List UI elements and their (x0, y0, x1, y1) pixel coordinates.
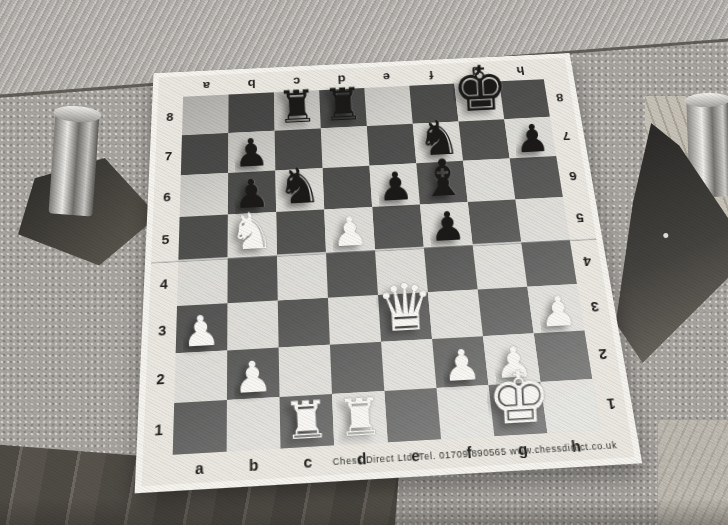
file-label-top-a: a (202, 79, 209, 92)
square-g1[interactable]: ♚ (489, 382, 548, 436)
square-d8[interactable]: ♜ (319, 88, 367, 128)
square-a4[interactable] (177, 258, 228, 306)
black-rook-c8[interactable]: ♜ (276, 86, 318, 130)
square-e6[interactable]: ♟ (369, 163, 420, 207)
rank-label-right-7: 7 (561, 129, 570, 142)
black-bishop-f6[interactable]: ♝ (419, 153, 467, 204)
file-label-top-e: e (382, 70, 390, 82)
square-e8[interactable] (364, 86, 412, 126)
white-pawn-d5[interactable]: ♟ (331, 212, 369, 252)
chrome-table-leg-left (48, 112, 99, 217)
square-f5[interactable]: ♟ (420, 202, 473, 247)
white-rook-c1[interactable]: ♜ (282, 396, 331, 447)
square-b3[interactable] (227, 300, 278, 350)
black-pawn-b7[interactable]: ♟ (233, 134, 269, 172)
square-h5[interactable] (515, 197, 569, 242)
square-c8[interactable]: ♜ (274, 90, 321, 130)
rank-label-right-5: 5 (574, 210, 584, 224)
file-label-top-f: f (428, 68, 433, 80)
rank-label-left-8: 8 (166, 110, 174, 123)
file-label-bottom-a: a (195, 459, 204, 477)
square-b7[interactable]: ♟ (228, 131, 275, 173)
square-d4[interactable] (326, 250, 378, 298)
rank-label-right-6: 6 (568, 169, 578, 183)
file-label-bottom-b: b (249, 456, 259, 474)
square-h6[interactable] (510, 156, 563, 199)
file-label-bottom-f: f (466, 443, 473, 461)
square-h7[interactable]: ♟ (504, 117, 556, 159)
square-b4[interactable] (227, 255, 277, 303)
white-queen-e3[interactable]: ♛ (374, 277, 435, 342)
square-a8[interactable] (182, 95, 229, 136)
square-e3[interactable]: ♛ (378, 292, 432, 342)
white-knight-b5[interactable]: ♞ (227, 207, 275, 257)
black-pawn-h7[interactable]: ♟ (514, 119, 550, 157)
square-b5[interactable]: ♞ (228, 212, 277, 258)
square-d6[interactable] (322, 166, 372, 210)
file-label-bottom-e: e (411, 446, 421, 464)
square-e1[interactable] (384, 388, 441, 442)
square-g5[interactable] (468, 199, 521, 244)
square-a3[interactable]: ♟ (176, 303, 228, 353)
rank-label-right-2: 2 (597, 346, 608, 362)
square-a7[interactable] (181, 133, 229, 175)
rank-label-right-3: 3 (589, 299, 599, 315)
file-label-top-h: h (515, 64, 525, 76)
square-b2[interactable]: ♟ (227, 348, 280, 400)
square-f2[interactable]: ♟ (432, 336, 488, 388)
square-c4[interactable] (277, 253, 328, 301)
square-c5[interactable] (276, 209, 326, 255)
white-pawn-f2[interactable]: ♟ (441, 344, 481, 387)
square-g8[interactable]: ♚ (454, 81, 504, 121)
square-d7[interactable] (321, 126, 370, 168)
square-g4[interactable] (473, 242, 528, 289)
square-g3[interactable] (478, 287, 534, 336)
black-pawn-f5[interactable]: ♟ (428, 206, 466, 246)
rank-label-left-4: 4 (160, 276, 168, 291)
square-a6[interactable] (180, 173, 229, 217)
square-f6[interactable]: ♝ (416, 161, 467, 205)
square-e5[interactable] (372, 204, 424, 250)
file-label-bottom-h: h (570, 437, 582, 455)
rank-label-left-1: 1 (154, 421, 163, 438)
file-label-bottom-c: c (303, 453, 312, 471)
rank-label-right-1: 1 (605, 395, 616, 412)
file-label-top-b: b (247, 77, 255, 90)
rank-label-left-3: 3 (158, 322, 167, 338)
rank-label-left-7: 7 (165, 149, 173, 162)
square-h4[interactable] (521, 240, 577, 287)
square-g6[interactable] (463, 158, 515, 201)
square-g7[interactable] (459, 119, 510, 161)
square-f1[interactable] (436, 385, 494, 439)
board-frame: ♜♜♚♟♞♟♟♞♟♝♞♟♟♟♛♟♟♟♟♜♜♚ Chess Direct Ltd.… (142, 58, 635, 486)
black-knight-c6[interactable]: ♞ (276, 162, 322, 211)
black-king-g8[interactable]: ♚ (451, 60, 509, 121)
black-rook-d8[interactable]: ♜ (322, 84, 364, 128)
rank-label-right-4: 4 (582, 253, 592, 268)
file-label-bottom-g: g (517, 440, 529, 458)
square-c6[interactable]: ♞ (275, 168, 324, 212)
white-king-g1[interactable]: ♚ (485, 363, 553, 435)
rank-label-left-6: 6 (163, 190, 171, 204)
black-pawn-e6[interactable]: ♟ (377, 167, 414, 206)
square-e2[interactable] (381, 339, 436, 391)
rank-label-left-2: 2 (156, 370, 165, 387)
square-d5[interactable]: ♟ (324, 207, 375, 253)
file-label-bottom-d: d (357, 449, 367, 467)
white-pawn-a3[interactable]: ♟ (180, 310, 220, 352)
white-pawn-h3[interactable]: ♟ (538, 290, 577, 331)
square-a2[interactable] (174, 350, 227, 402)
square-e7[interactable] (367, 124, 416, 166)
square-h3[interactable]: ♟ (527, 284, 584, 333)
square-b8[interactable] (228, 92, 274, 133)
square-b1[interactable] (227, 397, 281, 452)
square-d1[interactable]: ♜ (332, 391, 388, 445)
white-rook-d1[interactable]: ♜ (335, 393, 384, 444)
square-c1[interactable]: ♜ (280, 394, 335, 449)
board-squares: ♜♜♚♟♞♟♟♞♟♝♞♟♟♟♛♟♟♟♟♜♜♚ (173, 79, 601, 455)
chessboard: ♜♜♚♟♞♟♟♞♟♝♞♟♟♟♛♟♟♟♟♜♜♚ Chess Direct Ltd.… (135, 53, 643, 493)
square-a5[interactable] (178, 214, 228, 260)
rank-label-right-8: 8 (555, 91, 564, 104)
square-f3[interactable] (428, 289, 483, 339)
bottom-shadow (0, 498, 728, 525)
square-c3[interactable] (278, 298, 330, 348)
square-d3[interactable] (328, 295, 381, 345)
square-a1[interactable] (173, 400, 227, 455)
white-pawn-b2[interactable]: ♟ (232, 356, 273, 399)
rank-label-left-5: 5 (161, 232, 169, 247)
